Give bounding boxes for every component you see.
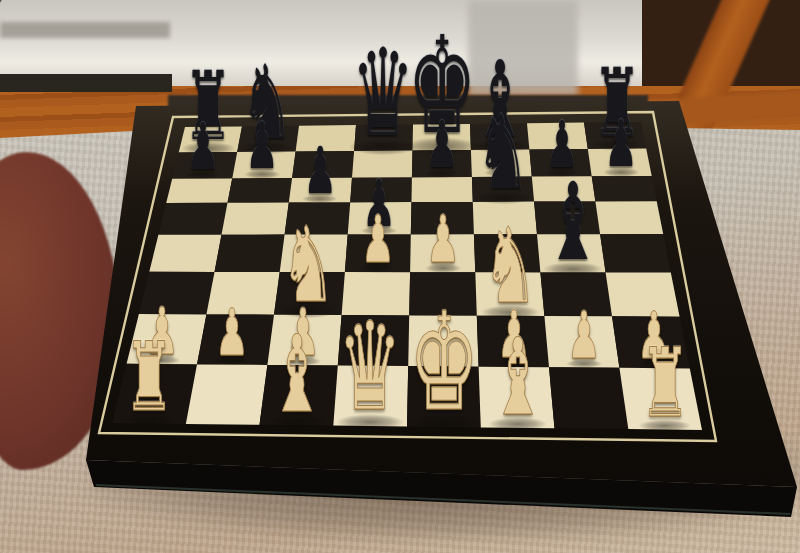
square-e5 bbox=[411, 202, 474, 235]
square-c1 bbox=[260, 365, 338, 426]
square-a8 bbox=[179, 126, 242, 152]
square-c3 bbox=[274, 272, 345, 315]
square-c8 bbox=[296, 125, 356, 151]
square-c7 bbox=[292, 151, 354, 178]
square-g6 bbox=[532, 176, 596, 201]
square-e2 bbox=[408, 315, 478, 366]
square-a4 bbox=[149, 235, 221, 272]
square-f6 bbox=[472, 177, 534, 202]
square-h5 bbox=[595, 201, 663, 234]
square-h6 bbox=[592, 176, 657, 202]
square-d2 bbox=[338, 315, 409, 366]
square-b2 bbox=[197, 314, 274, 365]
square-c2 bbox=[267, 315, 341, 366]
square-g3 bbox=[540, 272, 612, 316]
square-d4 bbox=[345, 234, 411, 272]
square-e3 bbox=[409, 272, 477, 316]
square-g8 bbox=[527, 123, 588, 150]
square-a1 bbox=[112, 364, 197, 424]
square-h2 bbox=[612, 316, 690, 368]
square-g4 bbox=[537, 234, 606, 272]
square-f4 bbox=[474, 234, 541, 272]
square-a5 bbox=[158, 203, 227, 235]
square-b5 bbox=[222, 203, 289, 235]
square-h3 bbox=[606, 273, 680, 317]
square-c6 bbox=[289, 178, 352, 203]
square-b4 bbox=[215, 235, 285, 272]
square-f5 bbox=[473, 202, 537, 235]
square-g5 bbox=[534, 201, 600, 234]
square-b3 bbox=[206, 272, 279, 315]
square-d8 bbox=[354, 125, 413, 151]
square-f7 bbox=[471, 149, 532, 177]
square-b7 bbox=[232, 151, 295, 178]
photo-scene: ♜♞♛♚♝♜♟♟♟♟♟♟♟♞♟♟♟♝♞♞♟♟♟♟♟♟♜♝♛♚♝♜ bbox=[0, 0, 800, 553]
square-g1 bbox=[549, 367, 628, 429]
square-e8 bbox=[413, 124, 471, 150]
square-f8 bbox=[470, 123, 529, 150]
square-e4 bbox=[410, 234, 475, 272]
square-a7 bbox=[172, 152, 237, 179]
square-f3 bbox=[475, 272, 544, 316]
square-f2 bbox=[477, 316, 549, 368]
square-b1 bbox=[186, 364, 268, 424]
square-a2 bbox=[127, 314, 207, 364]
square-b6 bbox=[228, 178, 293, 203]
square-e7 bbox=[412, 150, 472, 178]
square-c4 bbox=[280, 235, 348, 273]
square-d6 bbox=[350, 177, 412, 202]
square-a6 bbox=[166, 178, 232, 203]
square-h1 bbox=[619, 368, 702, 430]
square-g7 bbox=[529, 149, 591, 177]
square-b8 bbox=[237, 126, 299, 152]
square-d3 bbox=[342, 272, 411, 315]
square-f1 bbox=[479, 367, 555, 429]
square-h8 bbox=[584, 122, 646, 149]
square-a3 bbox=[139, 272, 215, 315]
square-d5 bbox=[348, 202, 412, 234]
square-g2 bbox=[544, 316, 619, 368]
square-e1 bbox=[407, 366, 481, 427]
square-d7 bbox=[352, 150, 413, 177]
square-h7 bbox=[588, 148, 652, 176]
square-d1 bbox=[333, 366, 408, 427]
square-h4 bbox=[600, 234, 671, 273]
square-e6 bbox=[412, 177, 473, 202]
chessboard bbox=[0, 0, 800, 553]
square-c5 bbox=[285, 202, 351, 234]
